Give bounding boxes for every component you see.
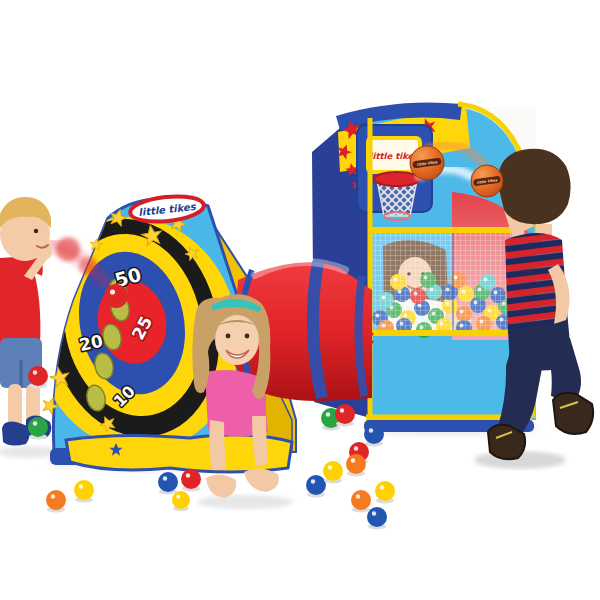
play-ball	[367, 507, 387, 530]
play-ball	[375, 481, 395, 504]
basketball: little tikes	[410, 146, 444, 180]
product-photo-scene: 50 25 20 10 little tikes	[0, 0, 600, 600]
play-ball	[351, 490, 371, 513]
scene-svg: 50 25 20 10 little tikes	[0, 0, 600, 600]
play-ball	[46, 490, 66, 513]
play-ball	[28, 366, 48, 389]
toddler-leg-left	[8, 384, 22, 428]
play-ball	[335, 404, 355, 427]
girl-crawling-arm-left	[209, 420, 226, 470]
play-ball	[28, 417, 48, 440]
thrown-ball	[104, 284, 128, 308]
window-mesh-grid	[372, 232, 520, 332]
girl-crawling-hand-left	[206, 474, 236, 498]
play-ball	[158, 472, 178, 495]
thrown-ball	[56, 237, 80, 261]
play-ball	[74, 480, 94, 503]
girl-crawling-hand-right	[244, 468, 279, 492]
play-ball	[364, 424, 384, 447]
play-ball	[181, 469, 201, 492]
play-ball	[323, 461, 343, 484]
hoop-rim	[374, 172, 420, 186]
boy-shoe-right	[553, 393, 593, 434]
play-ball	[306, 475, 326, 498]
boy-hair	[498, 149, 571, 225]
thrown-ball	[79, 257, 97, 275]
play-ball	[172, 491, 190, 511]
basketball: little tikes	[471, 165, 503, 197]
toddler-shoe-left	[2, 422, 30, 446]
play-ball	[346, 454, 366, 477]
